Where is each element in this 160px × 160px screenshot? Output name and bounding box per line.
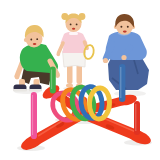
- boy-left-hand-left: [15, 75, 20, 80]
- girl-eye-left: [70, 24, 72, 26]
- scene: [0, 0, 160, 160]
- peg-red-front-right[interactable]: [134, 101, 140, 135]
- boy-left-eye-left: [30, 39, 32, 41]
- child-boy-right: [103, 14, 149, 90]
- girl-leg-left: [67, 64, 73, 84]
- peg-blue-back-right[interactable]: [119, 64, 125, 102]
- boy-right-eye-left: [120, 26, 122, 28]
- boy-left-hand-right: [55, 73, 60, 78]
- child-girl-center: [57, 13, 95, 87]
- boy-right-eye-right: [127, 26, 129, 28]
- boy-left-mouth: [33, 43, 37, 45]
- girl-collar: [69, 32, 78, 35]
- boy-left-eye-right: [36, 38, 38, 40]
- girl-hand-right: [57, 53, 61, 57]
- boy-right-hand-left: [103, 58, 108, 63]
- ring-toss-product-photo: [0, 0, 160, 160]
- girl-leg-right: [77, 64, 83, 84]
- girl-mouth: [72, 28, 75, 30]
- girl-eye-right: [76, 24, 78, 26]
- girl-shorts: [63, 51, 86, 67]
- peg-green-back-left[interactable]: [50, 67, 56, 94]
- boy-right-jeans: [108, 58, 149, 90]
- girl-foot-left: [66, 84, 73, 88]
- boy-right-hand-right: [121, 55, 126, 60]
- boy-left-sole-left: [13, 89, 27, 92]
- boy-right-mouth: [123, 31, 127, 33]
- boy-left-sole-right: [29, 89, 42, 92]
- peg-pink-front-left[interactable]: [31, 92, 37, 139]
